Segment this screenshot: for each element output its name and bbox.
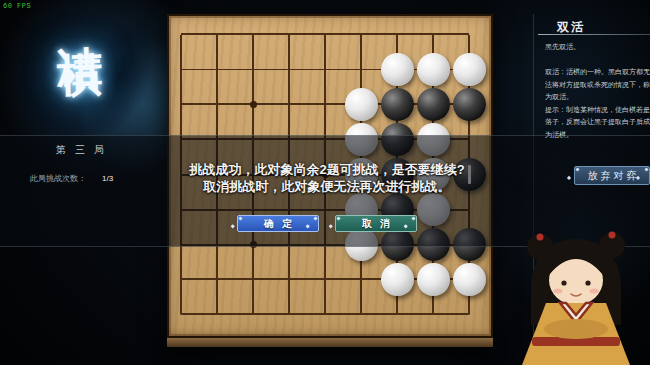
sidebar-title-underline (538, 34, 650, 35)
board-cell[interactable] (451, 87, 487, 122)
board-cell[interactable] (307, 87, 343, 122)
board-cell[interactable] (343, 52, 379, 87)
board-cell[interactable] (163, 52, 199, 87)
board-cell[interactable] (415, 262, 451, 297)
board-cell[interactable] (271, 17, 307, 52)
white-stone (381, 53, 414, 86)
board-cell[interactable] (199, 87, 235, 122)
board-cell[interactable] (415, 87, 451, 122)
board-cell[interactable] (343, 262, 379, 297)
black-stone (417, 88, 450, 121)
board-cell[interactable] (235, 52, 271, 87)
board-cell[interactable] (307, 297, 343, 332)
confirm-button[interactable]: 确定 (237, 215, 319, 232)
game-screen: 60 FPS 诘棋 第三局 此局挑战次数： 1/3 挑战成功，此对象尚余2题可挑… (0, 0, 650, 365)
black-stone (381, 88, 414, 121)
board-cell[interactable] (199, 262, 235, 297)
board-cell[interactable] (235, 297, 271, 332)
board-cell[interactable] (307, 52, 343, 87)
board-cell[interactable] (415, 52, 451, 87)
white-stone (381, 263, 414, 296)
board-cell[interactable] (199, 297, 235, 332)
dialog-line-2: 取消挑战时，此对象便无法再次进行挑战。 (160, 178, 494, 195)
board-cell[interactable] (307, 17, 343, 52)
attempts-value: 1/3 (102, 174, 113, 183)
board-cell[interactable] (451, 52, 487, 87)
go-board-edge (167, 338, 493, 347)
resign-button[interactable]: 放弃对弈 (574, 166, 650, 185)
board-cell[interactable] (343, 17, 379, 52)
board-cell[interactable] (379, 262, 415, 297)
board-cell[interactable] (271, 52, 307, 87)
board-cell[interactable] (379, 87, 415, 122)
board-cell[interactable] (163, 87, 199, 122)
board-cell[interactable] (307, 262, 343, 297)
fps-counter: 60 FPS (3, 2, 31, 10)
board-cell[interactable] (451, 17, 487, 52)
round-label: 第三局 (0, 143, 160, 157)
board-cell[interactable] (379, 297, 415, 332)
npc-portrait (500, 225, 650, 365)
board-cell[interactable] (415, 17, 451, 52)
white-stone (453, 53, 486, 86)
sleeves (544, 319, 608, 339)
board-cell[interactable] (163, 297, 199, 332)
dialog-message: 挑战成功，此对象尚余2题可挑战，是否要继续? 取消挑战时，此对象便无法再次进行挑… (160, 161, 494, 195)
board-cell[interactable] (379, 52, 415, 87)
board-cell[interactable] (451, 262, 487, 297)
dialog-line-1: 挑战成功，此对象尚余2题可挑战，是否要继续? (160, 161, 494, 178)
board-cell[interactable] (235, 262, 271, 297)
board-cell[interactable] (199, 52, 235, 87)
white-stone (417, 53, 450, 86)
board-cell[interactable] (199, 17, 235, 52)
board-cell[interactable] (451, 297, 487, 332)
white-stone (417, 263, 450, 296)
board-cell[interactable] (235, 87, 271, 122)
dialog-buttons: 确定 取消 (160, 215, 494, 232)
board-cell[interactable] (271, 297, 307, 332)
board-cell[interactable] (415, 297, 451, 332)
board-cell[interactable] (271, 262, 307, 297)
star-point (250, 101, 257, 108)
white-stone (345, 88, 378, 121)
board-cell[interactable] (343, 87, 379, 122)
board-cell[interactable] (271, 87, 307, 122)
ink-splash-decor (70, 4, 171, 147)
page-title: 诘棋 (52, 9, 104, 23)
board-cell[interactable] (163, 17, 199, 52)
cancel-button[interactable]: 取消 (335, 215, 417, 232)
board-cell[interactable] (235, 17, 271, 52)
board-cell[interactable] (379, 17, 415, 52)
board-cell[interactable] (163, 262, 199, 297)
board-cell[interactable] (343, 297, 379, 332)
sidebar-explanation: 黑先双活。 双活：活棋的一种。黑白双方都无法将对方提取或杀死的情况下，称为双活。… (545, 41, 650, 141)
white-stone (453, 263, 486, 296)
black-stone (453, 88, 486, 121)
attempts-label: 此局挑战次数： (30, 173, 86, 184)
attempts-row: 此局挑战次数： 1/3 (30, 173, 113, 184)
